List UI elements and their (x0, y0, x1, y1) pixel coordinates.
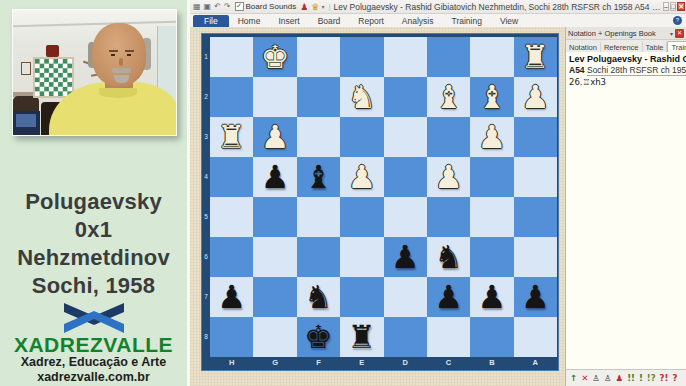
square-d1[interactable] (384, 37, 427, 77)
menu-home[interactable]: Home (229, 15, 270, 27)
file-label-c: C (427, 356, 470, 370)
question-exclam-button[interactable]: ?! (660, 373, 669, 383)
file-label-b: B (470, 356, 513, 370)
logo-tagline: Xadrez, Educação e Arte (0, 355, 187, 369)
webcam-video (12, 9, 177, 136)
piece-bN-f7: ♞ (304, 277, 333, 317)
webcam-laptop (13, 111, 40, 135)
redo-icon[interactable]: ↷ (224, 2, 231, 11)
square-g3[interactable]: ♟ (253, 117, 296, 157)
file-label-e: E (340, 356, 383, 370)
square-a6[interactable] (514, 237, 557, 277)
logo-name: XADREZVALLE (0, 333, 187, 357)
square-c7[interactable]: ♟ (427, 277, 470, 317)
file-label-g: G (253, 356, 296, 370)
panel-close-icon[interactable]: ✕ (675, 29, 684, 38)
arrow-up-button[interactable]: ↑ (570, 373, 577, 383)
notation-panel: Notation + Openings Book ▾ ✕ NotationRef… (565, 27, 686, 386)
rank-label-1: 1 (202, 37, 210, 77)
square-b3[interactable]: ♟ (470, 117, 513, 157)
rank-label-6: 6 (202, 237, 210, 277)
rank-label-7: 7 (202, 277, 210, 317)
save-icon[interactable]: ▣ (204, 2, 212, 11)
menu-insert[interactable]: Insert (269, 15, 308, 27)
square-d7[interactable] (384, 277, 427, 317)
square-h2[interactable] (210, 77, 253, 117)
square-f6[interactable] (297, 237, 340, 277)
square-h3[interactable]: ♜ (210, 117, 253, 157)
close-button[interactable]: ✕ (677, 2, 685, 11)
square-a1[interactable]: ♜ (514, 37, 557, 77)
menu-training[interactable]: Training (443, 15, 491, 27)
person-nose (119, 58, 123, 66)
square-f7[interactable]: ♞ (297, 277, 340, 317)
delete-button[interactable]: ✕ (581, 373, 588, 383)
square-e2[interactable]: ♞ (340, 77, 383, 117)
square-g1[interactable]: ♚ (253, 37, 296, 77)
menu-analysis[interactable]: Analysis (393, 15, 443, 27)
game-header: Lev Polugaevsky - Rashid Gibiat (569, 54, 683, 64)
red-piece-icon[interactable]: ♟ (300, 2, 308, 12)
square-e3[interactable] (340, 117, 383, 157)
square-d4[interactable] (384, 157, 427, 197)
board-sounds-label: Board Sounds (246, 2, 297, 11)
notation-content: Lev Polugaevsky - Rashid Gibiat A54 Soch… (566, 52, 686, 370)
square-c1[interactable] (427, 37, 470, 77)
undo-icon[interactable]: ↶ (214, 2, 221, 11)
square-h4[interactable] (210, 157, 253, 197)
person-eyebrow (109, 50, 118, 52)
square-f1[interactable] (297, 37, 340, 77)
quick-access-dropdown-icon[interactable]: ▾ (321, 3, 324, 10)
square-b5[interactable] (470, 197, 513, 237)
square-a7[interactable]: ♟ (514, 277, 557, 317)
rank-label-2: 2 (202, 77, 210, 117)
square-a2[interactable]: ♟ (514, 77, 557, 117)
maximize-button[interactable]: □ (670, 2, 676, 11)
file-label-d: D (384, 356, 427, 370)
square-b7[interactable]: ♟ (470, 277, 513, 317)
piece-bP-h7: ♟ (217, 277, 246, 317)
square-a5[interactable] (514, 197, 557, 237)
piece-wP-g3: ♟ (261, 117, 290, 157)
question-button[interactable]: ? (672, 373, 677, 383)
square-h1[interactable] (210, 37, 253, 77)
annotation-toolbar: ↑✕♙♙♟!!!!??!? (566, 369, 686, 386)
piece-wR-h3: ♜ (217, 117, 246, 157)
square-h6[interactable] (210, 237, 253, 277)
square-b2[interactable]: ♝ (470, 77, 513, 117)
piece-bN-c6: ♞ (434, 237, 463, 277)
board-panel: 12345678 ♚♜♞♝♝♟♜♟♟♟♝♟♟♟♞♟♞♟♟♟♚♜ HGFEDCBA (190, 27, 565, 386)
square-b8[interactable] (470, 317, 513, 357)
app-grid-icon[interactable]: ▦ (193, 2, 201, 11)
square-g6[interactable] (253, 237, 296, 277)
logo-website: xadrezvalle.com.br (0, 370, 187, 384)
square-e5[interactable] (340, 197, 383, 237)
square-a3[interactable] (514, 117, 557, 157)
square-a8[interactable] (514, 317, 557, 357)
piece-wN-e2: ♞ (347, 77, 376, 117)
event-name: Sochi 28th RSFSR ch 1958 (A (587, 65, 686, 76)
square-d2[interactable] (384, 77, 427, 117)
piece-wP-e4: ♟ (347, 157, 376, 197)
square-f8[interactable]: ♚ (297, 317, 340, 357)
rank-coordinates: 12345678 (202, 37, 210, 357)
square-c3[interactable] (427, 117, 470, 157)
person-mustache (112, 68, 131, 73)
piece-wB-b2: ♝ (478, 77, 507, 117)
rank-label-8: 8 (202, 317, 210, 357)
move-list[interactable]: 26.♖xh3 (569, 77, 683, 87)
window-controls: –□✕ (662, 2, 686, 12)
square-g7[interactable] (253, 277, 296, 317)
caption-line: 0x1 (0, 216, 187, 244)
piece-wP-b3: ♟ (478, 117, 507, 157)
square-g2[interactable] (253, 77, 296, 117)
person-eyebrow (125, 50, 134, 52)
piece-bP-c7: ♟ (434, 277, 463, 317)
menu-board[interactable]: Board (309, 15, 350, 27)
square-c2[interactable]: ♝ (427, 77, 470, 117)
square-d3[interactable] (384, 117, 427, 157)
caption-line: Nehzmetdinov (0, 244, 187, 272)
square-g4[interactable]: ♟ (253, 157, 296, 197)
square-a4[interactable] (514, 157, 557, 197)
piece-wB-c2: ♝ (434, 77, 463, 117)
eco-code: A54 (569, 65, 585, 75)
person-eye (111, 54, 115, 56)
square-e1[interactable] (340, 37, 383, 77)
piece-bR-e8: ♜ (347, 317, 376, 357)
file-coordinates: HGFEDCBA (210, 356, 557, 370)
piece-bP-d6: ♟ (391, 237, 420, 277)
menu-report[interactable]: Report (349, 15, 393, 27)
trophy-icon[interactable]: ♛ (311, 2, 319, 12)
piece-wK-g1: ♚ (261, 37, 290, 77)
help-icon[interactable]: ? (673, 16, 682, 25)
board-grid: ♚♜♞♝♝♟♜♟♟♟♝♟♟♟♞♟♞♟♟♟♚♜ (210, 37, 557, 357)
panel-header: Notation + Openings Book ▾ ✕ (566, 27, 686, 40)
caption-line: Sochi, 1958 (0, 272, 187, 300)
square-e4[interactable]: ♟ (340, 157, 383, 197)
square-e7[interactable] (340, 277, 383, 317)
exclam-question-button[interactable]: !? (647, 373, 656, 383)
stream-sidebar: Polugaevsky0x1NehzmetdinovSochi, 1958 XA… (0, 0, 187, 386)
person-collar (99, 88, 137, 98)
square-c5[interactable] (427, 197, 470, 237)
piece-bP-a7: ♟ (521, 277, 550, 317)
square-e8[interactable]: ♜ (340, 317, 383, 357)
title-bar: ▦▣↶↷ ✓ Board Sounds ♟ ♛ ▾ | Lev Polugaev… (190, 0, 686, 14)
caption-line: Polugaevsky (0, 188, 187, 216)
board-sounds-checkbox[interactable]: ✓ (235, 2, 244, 11)
piece-wP-a2: ♟ (521, 77, 550, 117)
double-exclam-button[interactable]: !! (627, 373, 635, 383)
chessbase-window: ▦▣↶↷ ✓ Board Sounds ♟ ♛ ▾ | Lev Polugaev… (190, 0, 686, 386)
webcam-demo-piece (46, 45, 59, 57)
panel-header-title: Notation + Openings Book (568, 29, 670, 38)
square-h5[interactable] (210, 197, 253, 237)
square-g8[interactable] (253, 317, 296, 357)
webcam-demo-chessboard (33, 57, 74, 98)
rank-label-3: 3 (202, 117, 210, 157)
event-line: A54 Sochi 28th RSFSR ch 1958 (A (569, 65, 683, 75)
exclam-button[interactable]: ! (639, 373, 643, 383)
titlebar-separator: | (328, 2, 330, 11)
quick-access-toolbar: ▦▣↶↷ (190, 2, 231, 11)
square-c6[interactable]: ♞ (427, 237, 470, 277)
square-b4[interactable] (470, 157, 513, 197)
square-c4[interactable]: ♟ (427, 157, 470, 197)
square-d5[interactable] (384, 197, 427, 237)
piece-bP-b7: ♟ (478, 277, 507, 317)
webcam-wall-art (21, 62, 31, 75)
menu-file[interactable]: File (193, 15, 229, 27)
piece-wP-c4: ♟ (434, 157, 463, 197)
chess-board: 12345678 ♚♜♞♝♝♟♜♟♟♟♝♟♟♟♞♟♞♟♟♟♚♜ HGFEDCBA (201, 33, 559, 371)
rank-label-4: 4 (202, 157, 210, 197)
square-f4[interactable]: ♝ (297, 157, 340, 197)
square-f3[interactable] (297, 117, 340, 157)
piece-bB-f4: ♝ (304, 157, 333, 197)
panel-dropdown-icon[interactable]: ▾ (670, 30, 673, 37)
square-g5[interactable] (253, 197, 296, 237)
window-title: Lev Polugaevsky - Rashid Gibiatovich Nez… (333, 2, 662, 12)
square-e6[interactable] (340, 237, 383, 277)
ribbon-menu: FileHomeInsertBoardReportAnalysisTrainin… (190, 14, 686, 28)
piece-marker-2-button[interactable]: ♙ (604, 373, 612, 383)
menu-view[interactable]: View (491, 15, 527, 27)
square-f5[interactable] (297, 197, 340, 237)
square-b6[interactable] (470, 237, 513, 277)
square-h7[interactable]: ♟ (210, 277, 253, 317)
square-f2[interactable] (297, 77, 340, 117)
square-d6[interactable]: ♟ (384, 237, 427, 277)
piece-bK-f8: ♚ (304, 317, 333, 357)
piece-wR-a1: ♜ (521, 37, 550, 77)
file-label-h: H (210, 356, 253, 370)
file-label-a: A (514, 356, 557, 370)
piece-marker-1-button[interactable]: ♙ (592, 373, 600, 383)
piece-marker-3-button[interactable]: ♟ (616, 373, 624, 383)
square-b1[interactable] (470, 37, 513, 77)
rank-label-5: 5 (202, 197, 210, 237)
game-caption: Polugaevsky0x1NehzmetdinovSochi, 1958 (0, 188, 187, 300)
square-d8[interactable] (384, 317, 427, 357)
minimize-button[interactable]: – (663, 2, 669, 11)
square-c8[interactable] (427, 317, 470, 357)
file-label-f: F (297, 356, 340, 370)
square-h8[interactable] (210, 317, 253, 357)
piece-bP-g4: ♟ (261, 157, 290, 197)
xadrezvalle-logo-icon (0, 303, 187, 337)
person-eye (127, 54, 131, 56)
